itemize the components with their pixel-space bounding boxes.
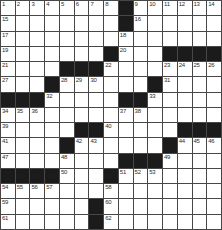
cell-r3c5[interactable] [60,32,74,46]
clue-number-33: 33 [149,93,155,100]
cell-r4c5[interactable] [60,47,74,61]
clue-number-23: 23 [164,62,170,69]
clue-number-39: 39 [2,123,8,130]
cell-r13c12[interactable] [163,184,177,198]
cell-r8c6[interactable] [75,108,89,122]
black-cell-r10c5 [60,138,74,152]
black-cell-r6c11 [148,77,162,91]
cell-r7c8[interactable] [104,93,118,107]
cell-r6c7[interactable]: 30 [89,77,103,91]
black-cell-r11c11 [148,154,162,168]
cell-r10c15[interactable]: 46 [207,138,221,152]
cell-r14c2[interactable] [16,199,30,213]
crossword-screenshot: 1234567891011121314151617181920212223242… [0,0,222,230]
cell-r13c14[interactable] [193,184,207,198]
black-cell-r4c14 [193,47,207,61]
clue-number-16: 16 [135,16,141,23]
cell-r12c10[interactable]: 52 [134,169,148,183]
cell-r8c10[interactable]: 38 [134,108,148,122]
black-cell-r5c5 [60,62,74,76]
cell-r15c12[interactable] [163,215,177,229]
black-cell-r4c12 [163,47,177,61]
cell-r1c4[interactable]: 4 [45,1,59,15]
clue-number-31: 31 [164,77,170,84]
black-cell-r11c9 [119,154,133,168]
cell-r6c13[interactable] [178,77,192,91]
cell-r10c11[interactable] [148,138,162,152]
clue-number-37: 37 [120,108,126,115]
cell-r4c7[interactable] [89,47,103,61]
cell-r14c8[interactable]: 60 [104,199,118,213]
black-cell-r9c7 [89,123,103,137]
cell-r8c4[interactable] [45,108,59,122]
black-cell-r7c1 [1,93,15,107]
cell-r1c6[interactable]: 6 [75,1,89,15]
cell-r9c11[interactable] [148,123,162,137]
clue-number-59: 59 [2,199,8,206]
cell-r2c4[interactable] [45,16,59,30]
cell-r5c15[interactable]: 26 [207,62,221,76]
cell-r6c15[interactable] [207,77,221,91]
black-cell-r7c10 [134,93,148,107]
black-cell-r12c4 [45,169,59,183]
cell-r3c1[interactable]: 17 [1,32,15,46]
cell-r5c10[interactable] [134,62,148,76]
cell-r2c10[interactable]: 16 [134,16,148,30]
cell-r14c6[interactable] [75,199,89,213]
cell-r12c6[interactable] [75,169,89,183]
black-cell-r4c13 [178,47,192,61]
clue-number-21: 21 [2,62,8,69]
cell-r13c5[interactable] [60,184,74,198]
cell-r6c2[interactable] [16,77,30,91]
cell-r6c10[interactable] [134,77,148,91]
cell-r1c1[interactable]: 1 [1,1,15,15]
cell-r14c13[interactable] [178,199,192,213]
cell-r2c1[interactable]: 15 [1,16,15,30]
cell-r12c15[interactable] [207,169,221,183]
cell-r5c8[interactable]: 22 [104,62,118,76]
black-cell-r12c1 [1,169,15,183]
black-cell-r4c15 [207,47,221,61]
cell-r3c11[interactable] [148,32,162,46]
clue-number-5: 5 [61,1,64,8]
cell-r15c14[interactable] [193,215,207,229]
cell-r15c10[interactable] [134,215,148,229]
cell-r14c4[interactable] [45,199,59,213]
cell-r11c8[interactable] [104,154,118,168]
black-cell-r14c7 [89,199,103,213]
clue-number-45: 45 [194,138,200,145]
cell-r8c11[interactable] [148,108,162,122]
clue-number-29: 29 [76,77,82,84]
cell-r6c1[interactable]: 27 [1,77,15,91]
cell-r8c15[interactable] [207,108,221,122]
clue-number-6: 6 [76,1,79,8]
black-cell-r12c8 [104,169,118,183]
black-cell-r7c9 [119,93,133,107]
cell-r7c7[interactable] [89,93,103,107]
cell-r6c3[interactable] [30,77,44,91]
cell-r3c9[interactable]: 18 [119,32,133,46]
cell-r14c12[interactable] [163,199,177,213]
cell-r1c8[interactable]: 8 [104,1,118,15]
cell-r14c3[interactable] [30,199,44,213]
cell-r1c14[interactable]: 13 [193,1,207,15]
cell-r15c1[interactable]: 61 [1,215,15,229]
cell-r3c3[interactable] [30,32,44,46]
cell-r1c5[interactable]: 5 [60,1,74,15]
cell-r15c11[interactable] [148,215,162,229]
clue-number-28: 28 [61,77,67,84]
cell-r5c13[interactable]: 24 [178,62,192,76]
clue-number-57: 57 [46,184,52,191]
black-cell-r12c2 [16,169,30,183]
cell-r13c3[interactable]: 56 [30,184,44,198]
cell-r14c1[interactable]: 59 [1,199,15,213]
cell-r13c13[interactable] [178,184,192,198]
clue-number-20: 20 [120,47,126,54]
cell-r11c4[interactable] [45,154,59,168]
cell-r7c11[interactable]: 33 [148,93,162,107]
clue-number-18: 18 [120,32,126,39]
clue-number-46: 46 [208,138,214,145]
cell-r1c15[interactable]: 14 [207,1,221,15]
cell-r6c14[interactable] [193,77,207,91]
cell-r2c3[interactable] [30,16,44,30]
clue-number-52: 52 [135,169,141,176]
cell-r4c4[interactable] [45,47,59,61]
black-cell-r7c2 [16,93,30,107]
cell-r11c1[interactable]: 47 [1,154,15,168]
cell-r5c4[interactable] [45,62,59,76]
cell-r14c11[interactable] [148,199,162,213]
clue-number-26: 26 [208,62,214,69]
cell-r8c9[interactable]: 37 [119,108,133,122]
cell-r10c2[interactable] [16,138,30,152]
cell-r5c1[interactable]: 21 [1,62,15,76]
cell-r10c13[interactable]: 44 [178,138,192,152]
cell-r8c8[interactable] [104,108,118,122]
cell-r13c7[interactable] [89,184,103,198]
cell-r13c8[interactable]: 58 [104,184,118,198]
cell-r11c2[interactable] [16,154,30,168]
clue-number-58: 58 [105,184,111,191]
clue-number-60: 60 [105,199,111,206]
clue-number-17: 17 [2,32,8,39]
cell-r8c1[interactable]: 34 [1,108,15,122]
cell-r12c14[interactable] [193,169,207,183]
clue-number-14: 14 [208,1,214,8]
clue-number-9: 9 [135,1,138,8]
cell-r2c2[interactable] [16,16,30,30]
clue-number-41: 41 [2,138,8,145]
clue-number-47: 47 [2,154,8,161]
cell-r15c5[interactable] [60,215,74,229]
cell-r2c15[interactable] [207,16,221,30]
clue-number-43: 43 [90,138,96,145]
cell-r7c12[interactable] [163,93,177,107]
clue-number-1: 1 [2,1,5,8]
cell-r10c14[interactable]: 45 [193,138,207,152]
cell-r6c8[interactable] [104,77,118,91]
cell-r10c7[interactable]: 43 [89,138,103,152]
cell-r9c3[interactable] [30,123,44,137]
cell-r15c6[interactable] [75,215,89,229]
clue-number-34: 34 [2,108,8,115]
cell-r3c14[interactable] [193,32,207,46]
cell-r1c7[interactable]: 7 [89,1,103,15]
cell-r11c5[interactable]: 48 [60,154,74,168]
clue-number-55: 55 [17,184,23,191]
cell-r6c12[interactable]: 31 [163,77,177,91]
cell-r10c3[interactable] [30,138,44,152]
clue-number-44: 44 [179,138,185,145]
cell-r11c12[interactable]: 49 [163,154,177,168]
cell-r7c5[interactable] [60,93,74,107]
black-cell-r6c4 [45,77,59,91]
cell-r15c8[interactable]: 62 [104,215,118,229]
clue-number-35: 35 [17,108,23,115]
black-cell-r7c3 [30,93,44,107]
cell-r8c12[interactable] [163,108,177,122]
clue-number-50: 50 [61,169,67,176]
cell-r9c2[interactable] [16,123,30,137]
cell-r7c14[interactable] [193,93,207,107]
cell-r12c7[interactable] [89,169,103,183]
cell-r15c9[interactable] [119,215,133,229]
clue-number-56: 56 [31,184,37,191]
black-cell-r1c9 [119,1,133,15]
clue-number-3: 3 [31,1,34,8]
clue-number-48: 48 [61,154,67,161]
cell-r7c4[interactable]: 32 [45,93,59,107]
cell-r6c6[interactable]: 29 [75,77,89,91]
cell-r10c9[interactable] [119,138,133,152]
cell-r5c14[interactable]: 25 [193,62,207,76]
black-cell-r15c7 [89,215,103,229]
clue-number-53: 53 [149,169,155,176]
black-cell-r12c3 [30,169,44,183]
cell-r4c9[interactable]: 20 [119,47,133,61]
black-cell-r9c15 [207,123,221,137]
cell-r5c12[interactable]: 23 [163,62,177,76]
black-cell-r4c8 [104,47,118,61]
cell-r12c9[interactable]: 51 [119,169,133,183]
cell-r3c8[interactable] [104,32,118,46]
clue-number-10: 10 [149,1,155,8]
cell-r12c13[interactable] [178,169,192,183]
cell-r9c12[interactable] [163,123,177,137]
cell-r6c5[interactable]: 28 [60,77,74,91]
cell-r6c9[interactable] [119,77,133,91]
cell-r13c11[interactable] [148,184,162,198]
cell-r2c7[interactable] [89,16,103,30]
cell-r4c10[interactable] [134,47,148,61]
cell-r12c11[interactable]: 53 [148,169,162,183]
cell-r2c14[interactable] [193,16,207,30]
black-cell-r9c13 [178,123,192,137]
cell-r2c13[interactable] [178,16,192,30]
cell-r4c6[interactable] [75,47,89,61]
black-cell-r11c10 [134,154,148,168]
clue-number-22: 22 [105,62,111,69]
cell-r3c15[interactable] [207,32,221,46]
cell-r9c4[interactable] [45,123,59,137]
cell-r1c12[interactable]: 11 [163,1,177,15]
cell-r8c3[interactable]: 36 [30,108,44,122]
black-cell-r10c12 [163,138,177,152]
clue-number-30: 30 [90,77,96,84]
cell-r10c6[interactable]: 42 [75,138,89,152]
cell-r8c5[interactable] [60,108,74,122]
cell-r1c2[interactable]: 2 [16,1,30,15]
cell-r2c12[interactable] [163,16,177,30]
cell-r9c5[interactable] [60,123,74,137]
clue-number-61: 61 [2,215,8,222]
cell-r1c11[interactable]: 10 [148,1,162,15]
cell-r10c1[interactable]: 41 [1,138,15,152]
cell-r11c13[interactable] [178,154,192,168]
cell-r7c6[interactable] [75,93,89,107]
cell-r14c5[interactable] [60,199,74,213]
cell-r9c1[interactable]: 39 [1,123,15,137]
cell-r14c14[interactable] [193,199,207,213]
black-cell-r9c14 [193,123,207,137]
cell-r3c4[interactable] [45,32,59,46]
clue-number-40: 40 [105,123,111,130]
black-cell-r9c6 [75,123,89,137]
cell-r7c15[interactable] [207,93,221,107]
cell-r3c2[interactable] [16,32,30,46]
clue-number-49: 49 [164,154,170,161]
crossword-grid: 1234567891011121314151617181920212223242… [0,0,222,230]
cell-r3c7[interactable] [89,32,103,46]
cell-r10c10[interactable] [134,138,148,152]
clue-number-7: 7 [90,1,93,8]
cell-r10c4[interactable] [45,138,59,152]
clue-number-38: 38 [135,108,141,115]
cell-r14c9[interactable] [119,199,133,213]
cell-r15c15[interactable] [207,215,221,229]
cell-r13c1[interactable]: 54 [1,184,15,198]
cell-r2c6[interactable] [75,16,89,30]
cell-r8c14[interactable] [193,108,207,122]
cell-r11c6[interactable] [75,154,89,168]
clue-number-25: 25 [194,62,200,69]
cell-r3c13[interactable] [178,32,192,46]
clue-number-19: 19 [2,47,8,54]
cell-r15c3[interactable] [30,215,44,229]
cell-r3c12[interactable] [163,32,177,46]
cell-r11c15[interactable] [207,154,221,168]
cell-r1c10[interactable]: 9 [134,1,148,15]
cell-r5c11[interactable] [148,62,162,76]
black-cell-r5c7 [89,62,103,76]
cell-r13c4[interactable]: 57 [45,184,59,198]
cell-r3c6[interactable] [75,32,89,46]
clue-number-32: 32 [46,93,52,100]
clue-number-4: 4 [46,1,49,8]
cell-r1c13[interactable]: 12 [178,1,192,15]
cell-r7c13[interactable] [178,93,192,107]
clue-number-11: 11 [164,1,170,8]
cell-r9c9[interactable] [119,123,133,137]
cell-r13c10[interactable] [134,184,148,198]
cell-r13c9[interactable] [119,184,133,198]
cell-r14c10[interactable] [134,199,148,213]
cell-r1c3[interactable]: 3 [30,1,44,15]
black-cell-r5c6 [75,62,89,76]
black-cell-r2c9 [119,16,133,30]
clue-number-54: 54 [2,184,8,191]
cell-r5c9[interactable] [119,62,133,76]
cell-r8c7[interactable] [89,108,103,122]
cell-r9c8[interactable]: 40 [104,123,118,137]
cell-r11c3[interactable] [30,154,44,168]
cell-r13c6[interactable] [75,184,89,198]
cell-r13c15[interactable] [207,184,221,198]
clue-number-27: 27 [2,77,8,84]
cell-r4c11[interactable] [148,47,162,61]
cell-r9c10[interactable] [134,123,148,137]
cell-r2c8[interactable] [104,16,118,30]
cell-r2c11[interactable] [148,16,162,30]
cell-r11c7[interactable] [89,154,103,168]
cell-r3c10[interactable] [134,32,148,46]
clue-number-12: 12 [179,1,185,8]
clue-number-2: 2 [17,1,20,8]
clue-number-13: 13 [194,1,200,8]
clue-number-8: 8 [105,1,108,8]
cell-r15c13[interactable] [178,215,192,229]
cell-r15c2[interactable] [16,215,30,229]
clue-number-36: 36 [31,108,37,115]
clue-number-51: 51 [120,169,126,176]
cell-r15c4[interactable] [45,215,59,229]
cell-r5c2[interactable] [16,62,30,76]
clue-number-62: 62 [105,215,111,222]
cell-r4c1[interactable]: 19 [1,47,15,61]
cell-r2c5[interactable] [60,16,74,30]
clue-number-42: 42 [76,138,82,145]
cell-r12c12[interactable] [163,169,177,183]
cell-r4c3[interactable] [30,47,44,61]
clue-number-15: 15 [2,16,8,23]
cell-r4c2[interactable] [16,47,30,61]
cell-r12c5[interactable]: 50 [60,169,74,183]
clue-number-24: 24 [179,62,185,69]
cell-r5c3[interactable] [30,62,44,76]
cell-r10c8[interactable] [104,138,118,152]
cell-r13c2[interactable]: 55 [16,184,30,198]
cell-r14c15[interactable] [207,199,221,213]
cell-r8c13[interactable] [178,108,192,122]
cell-r8c2[interactable]: 35 [16,108,30,122]
cell-r11c14[interactable] [193,154,207,168]
